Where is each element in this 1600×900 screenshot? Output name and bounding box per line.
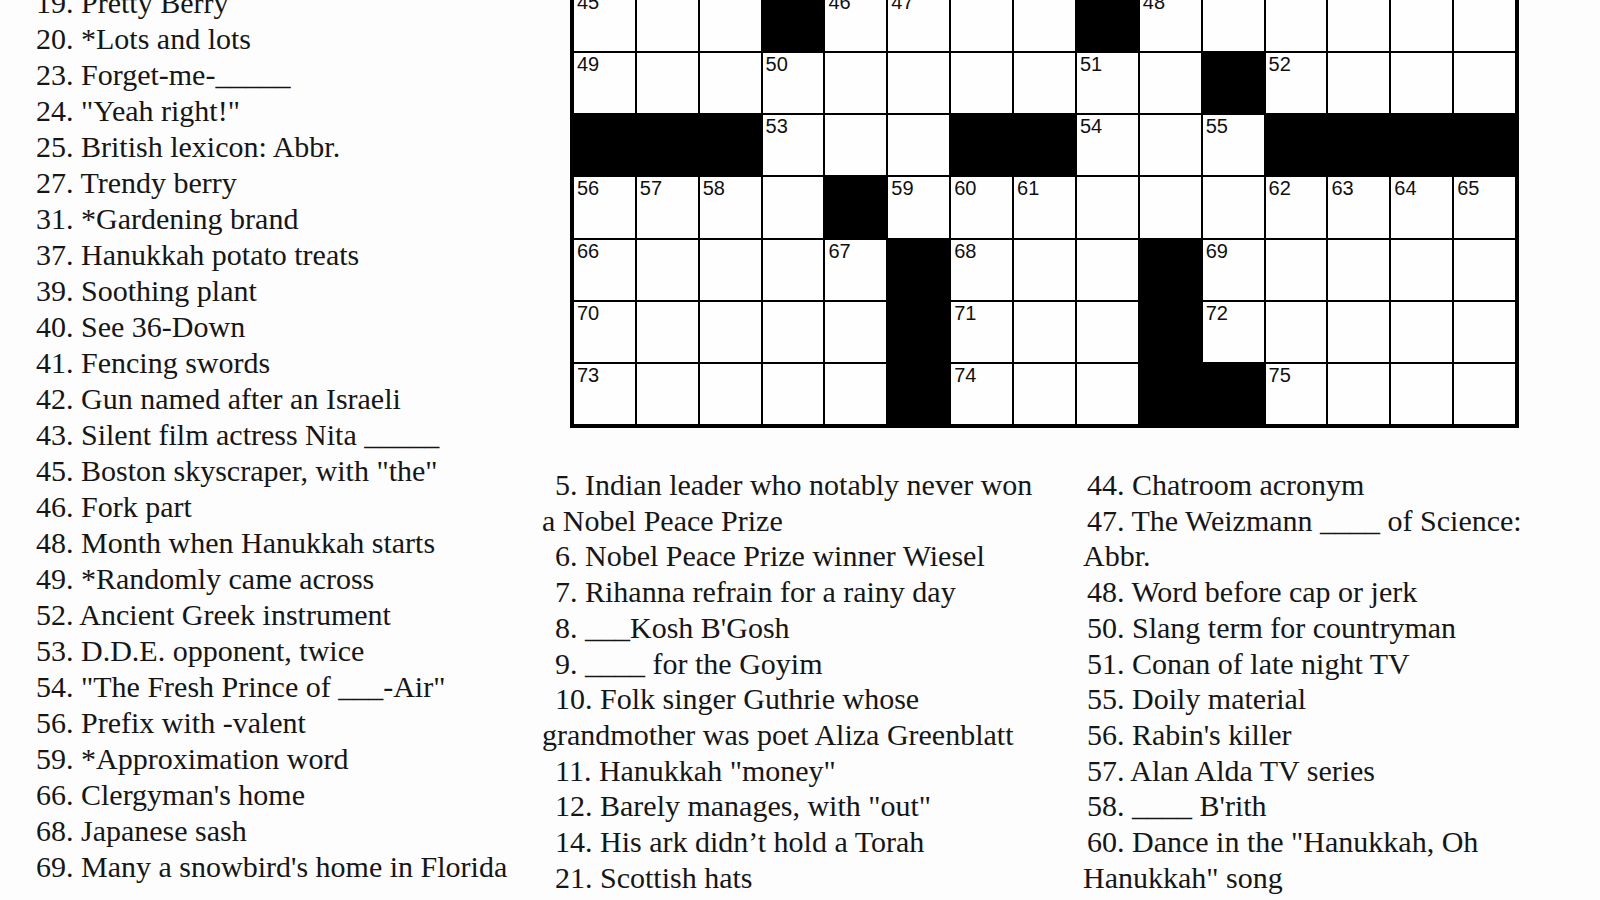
cell-number: 45 bbox=[577, 0, 599, 13]
grid-cell-black bbox=[1328, 115, 1389, 175]
grid-cell-white[interactable] bbox=[1391, 302, 1452, 362]
grid-cell-white[interactable]: 75 bbox=[1266, 364, 1327, 424]
cell-number: 54 bbox=[1080, 115, 1102, 137]
clue-line: 45. Boston skyscraper, with "the" bbox=[36, 453, 507, 489]
clue-line: Abbr. bbox=[1083, 538, 1522, 574]
grid-cell-white[interactable] bbox=[763, 302, 824, 362]
grid-cell-white[interactable] bbox=[1454, 302, 1515, 362]
grid-cell-white[interactable]: 58 bbox=[700, 177, 761, 237]
grid-cell-white[interactable] bbox=[1014, 364, 1075, 424]
cell-number: 64 bbox=[1394, 177, 1416, 199]
grid-cell-white[interactable] bbox=[1391, 0, 1452, 51]
cell-number: 49 bbox=[577, 53, 599, 75]
grid-cell-white[interactable] bbox=[1203, 0, 1264, 51]
clue-line: 43. Silent film actress Nita _____ bbox=[36, 417, 507, 453]
clue-line: 48. Month when Hanukkah starts bbox=[36, 525, 507, 561]
clue-line: 56. Prefix with -valent bbox=[36, 705, 507, 741]
grid-cell-black bbox=[1454, 115, 1515, 175]
grid-cell-white[interactable]: 62 bbox=[1266, 177, 1327, 237]
grid-cell-black bbox=[1077, 0, 1138, 51]
grid-cell-white[interactable] bbox=[1391, 53, 1452, 113]
across-clues-column: 19. Pretty Berry20. *Lots and lots23. Fo… bbox=[36, 0, 507, 885]
cell-number: 63 bbox=[1331, 177, 1353, 199]
clue-line: 7. Rihanna refrain for a rainy day bbox=[542, 574, 1032, 610]
grid-cell-white[interactable] bbox=[1454, 53, 1515, 113]
grid-cell-white[interactable] bbox=[951, 0, 1012, 51]
grid-cell-black bbox=[1203, 53, 1264, 113]
grid-cell-white[interactable] bbox=[763, 240, 824, 300]
grid-cell-white[interactable] bbox=[1391, 364, 1452, 424]
clue-line: 39. Soothing plant bbox=[36, 273, 507, 309]
grid-cell-white[interactable]: 46 bbox=[825, 0, 886, 51]
clue-line: 14. His ark didn’t hold a Torah bbox=[542, 824, 1032, 860]
grid-cell-white[interactable]: 67 bbox=[825, 240, 886, 300]
cell-number: 55 bbox=[1206, 115, 1228, 137]
grid-cell-white[interactable]: 66 bbox=[574, 240, 635, 300]
clue-line: 58. ____ B'rith bbox=[1083, 788, 1522, 824]
clue-line: 47. The Weizmann ____ of Science: bbox=[1083, 503, 1522, 539]
grid-cell-white[interactable]: 74 bbox=[951, 364, 1012, 424]
down-clues-column-right: 44. Chatroom acronym47. The Weizmann ___… bbox=[1083, 467, 1522, 895]
grid-cell-white[interactable]: 50 bbox=[763, 53, 824, 113]
grid-cell-black bbox=[951, 115, 1012, 175]
cell-number: 70 bbox=[577, 302, 599, 324]
grid-cell-white[interactable] bbox=[1077, 177, 1138, 237]
grid-cell-black bbox=[1014, 115, 1075, 175]
grid-cell-black bbox=[888, 240, 949, 300]
grid-cell-black bbox=[888, 364, 949, 424]
grid-cell-black bbox=[1140, 240, 1201, 300]
cell-number: 69 bbox=[1206, 240, 1228, 262]
grid-cell-white[interactable]: 52 bbox=[1266, 53, 1327, 113]
clue-line: 69. Many a snowbird's home in Florida bbox=[36, 849, 507, 885]
clue-line: 44. Chatroom acronym bbox=[1083, 467, 1522, 503]
clue-line: 19. Pretty Berry bbox=[36, 0, 507, 21]
grid-cell-black bbox=[574, 115, 635, 175]
cell-number: 66 bbox=[577, 240, 599, 262]
clue-line: 46. Fork part bbox=[36, 489, 507, 525]
grid-cell-white[interactable] bbox=[1328, 0, 1389, 51]
clue-line: a Nobel Peace Prize bbox=[542, 503, 1032, 539]
grid-cell-white[interactable] bbox=[1077, 302, 1138, 362]
grid-cell-white[interactable]: 47 bbox=[888, 0, 949, 51]
grid-cell-white[interactable] bbox=[637, 0, 698, 51]
clue-line: 23. Forget-me-_____ bbox=[36, 57, 507, 93]
grid-cell-white[interactable]: 49 bbox=[574, 53, 635, 113]
grid-cell-white[interactable] bbox=[1014, 53, 1075, 113]
grid-cell-white[interactable] bbox=[1328, 240, 1389, 300]
grid-cell-white[interactable] bbox=[1014, 0, 1075, 51]
grid-cell-white[interactable]: 56 bbox=[574, 177, 635, 237]
grid-cell-black bbox=[1203, 364, 1264, 424]
grid-cell-white[interactable]: 51 bbox=[1077, 53, 1138, 113]
clue-line: 9. ____ for the Goyim bbox=[542, 646, 1032, 682]
grid-cell-white[interactable] bbox=[700, 53, 761, 113]
clue-line: 48. Word before cap or jerk bbox=[1083, 574, 1522, 610]
grid-cell-white[interactable]: 55 bbox=[1203, 115, 1264, 175]
cell-number: 53 bbox=[766, 115, 788, 137]
grid-cell-white[interactable]: 63 bbox=[1328, 177, 1389, 237]
grid-cell-white[interactable] bbox=[825, 302, 886, 362]
grid-cell-black bbox=[1140, 302, 1201, 362]
grid-cell-white[interactable] bbox=[1203, 177, 1264, 237]
clue-line: 53. D.D.E. opponent, twice bbox=[36, 633, 507, 669]
clue-line: 49. *Randomly came across bbox=[36, 561, 507, 597]
grid-cell-white[interactable] bbox=[1077, 240, 1138, 300]
cell-number: 57 bbox=[640, 177, 662, 199]
grid-cell-white[interactable] bbox=[1014, 240, 1075, 300]
cell-number: 60 bbox=[954, 177, 976, 199]
clue-line: 11. Hanukkah "money" bbox=[542, 753, 1032, 789]
clue-line: 41. Fencing swords bbox=[36, 345, 507, 381]
clue-line: 20. *Lots and lots bbox=[36, 21, 507, 57]
clue-line: 59. *Approximation word bbox=[36, 741, 507, 777]
grid-cell-white[interactable] bbox=[1266, 240, 1327, 300]
cell-number: 74 bbox=[954, 364, 976, 386]
grid-cell-white[interactable]: 60 bbox=[951, 177, 1012, 237]
clue-line: 55. Doily material bbox=[1083, 681, 1522, 717]
grid-cell-white[interactable] bbox=[700, 364, 761, 424]
crossword-grid: 4546474849505152535455565758596061626364… bbox=[570, 0, 1519, 428]
grid-cell-black bbox=[1266, 115, 1327, 175]
clue-line: 66. Clergyman's home bbox=[36, 777, 507, 813]
grid-cell-white[interactable]: 48 bbox=[1140, 0, 1201, 51]
grid-cell-white[interactable]: 64 bbox=[1391, 177, 1452, 237]
grid-cell-white[interactable]: 72 bbox=[1203, 302, 1264, 362]
grid-cell-black bbox=[1391, 115, 1452, 175]
cell-number: 56 bbox=[577, 177, 599, 199]
clue-line: 56. Rabin's killer bbox=[1083, 717, 1522, 753]
grid-cell-white[interactable] bbox=[637, 364, 698, 424]
grid-cell-white[interactable] bbox=[1140, 115, 1201, 175]
grid-cell-white[interactable] bbox=[1328, 302, 1389, 362]
grid-cell-black bbox=[1140, 364, 1201, 424]
clue-line: 25. British lexicon: Abbr. bbox=[36, 129, 507, 165]
cell-number: 71 bbox=[954, 302, 976, 324]
grid-cell-white[interactable] bbox=[1454, 0, 1515, 51]
grid-cell-white[interactable]: 71 bbox=[951, 302, 1012, 362]
grid-cell-white[interactable] bbox=[825, 53, 886, 113]
grid-cell-white[interactable] bbox=[825, 115, 886, 175]
cell-number: 67 bbox=[828, 240, 850, 262]
grid-cell-white[interactable]: 73 bbox=[574, 364, 635, 424]
clue-line: 6. Nobel Peace Prize winner Wiesel bbox=[542, 538, 1032, 574]
cell-number: 73 bbox=[577, 364, 599, 386]
clue-line: 37. Hanukkah potato treats bbox=[36, 237, 507, 273]
cell-number: 75 bbox=[1269, 364, 1291, 386]
grid-cell-white[interactable] bbox=[637, 53, 698, 113]
clue-line: 21. Scottish hats bbox=[542, 860, 1032, 896]
grid-cell-white[interactable]: 69 bbox=[1203, 240, 1264, 300]
clue-line: Hanukkah" song bbox=[1083, 860, 1522, 896]
cell-number: 61 bbox=[1017, 177, 1039, 199]
grid-cell-white[interactable]: 53 bbox=[763, 115, 824, 175]
clue-line: 10. Folk singer Guthrie whose bbox=[542, 681, 1032, 717]
grid-cell-white[interactable] bbox=[1014, 302, 1075, 362]
clue-line: 40. See 36-Down bbox=[36, 309, 507, 345]
grid-cell-white[interactable] bbox=[1391, 240, 1452, 300]
grid-cell-white[interactable]: 57 bbox=[637, 177, 698, 237]
grid-cell-white[interactable] bbox=[637, 302, 698, 362]
grid-cell-white[interactable] bbox=[1140, 53, 1201, 113]
grid-cell-white[interactable] bbox=[1454, 364, 1515, 424]
cell-number: 48 bbox=[1143, 0, 1165, 13]
clue-line: 12. Barely manages, with "out" bbox=[542, 788, 1032, 824]
grid-cell-white[interactable] bbox=[700, 302, 761, 362]
cell-number: 51 bbox=[1080, 53, 1102, 75]
clue-line: 31. *Gardening brand bbox=[36, 201, 507, 237]
grid-cell-white[interactable]: 54 bbox=[1077, 115, 1138, 175]
grid-cell-white[interactable] bbox=[763, 364, 824, 424]
cell-number: 58 bbox=[703, 177, 725, 199]
cell-number: 50 bbox=[766, 53, 788, 75]
clue-line: 54. "The Fresh Prince of ___-Air" bbox=[36, 669, 507, 705]
grid-cell-white[interactable] bbox=[1266, 302, 1327, 362]
grid-cell-white[interactable]: 68 bbox=[951, 240, 1012, 300]
grid-cell-white[interactable] bbox=[637, 240, 698, 300]
grid-cell-black bbox=[825, 177, 886, 237]
grid-cell-white[interactable] bbox=[763, 177, 824, 237]
grid-cell-white[interactable]: 59 bbox=[888, 177, 949, 237]
cell-number: 72 bbox=[1206, 302, 1228, 324]
grid-cell-white[interactable] bbox=[700, 0, 761, 51]
clue-line: 68. Japanese sash bbox=[36, 813, 507, 849]
grid-cell-black bbox=[700, 115, 761, 175]
grid-cell-white[interactable] bbox=[1328, 364, 1389, 424]
clue-line: 24. "Yeah right!" bbox=[36, 93, 507, 129]
down-clues-column-middle: 5. Indian leader who notably never wona … bbox=[542, 467, 1032, 895]
cell-number: 59 bbox=[891, 177, 913, 199]
clue-line: 50. Slang term for countryman bbox=[1083, 610, 1522, 646]
grid-cell-white[interactable]: 45 bbox=[574, 0, 635, 51]
clue-line: 5. Indian leader who notably never won bbox=[542, 467, 1032, 503]
cell-number: 52 bbox=[1269, 53, 1291, 75]
grid-cell-white[interactable]: 70 bbox=[574, 302, 635, 362]
clue-line: 57. Alan Alda TV series bbox=[1083, 753, 1522, 789]
grid-cell-white[interactable] bbox=[1140, 177, 1201, 237]
grid-cell-black bbox=[637, 115, 698, 175]
clue-line: 51. Conan of late night TV bbox=[1083, 646, 1522, 682]
grid-cell-white[interactable] bbox=[700, 240, 761, 300]
grid-cell-white[interactable] bbox=[1077, 364, 1138, 424]
cell-number: 65 bbox=[1457, 177, 1479, 199]
grid-cell-white[interactable]: 65 bbox=[1454, 177, 1515, 237]
grid-cell-white[interactable]: 61 bbox=[1014, 177, 1075, 237]
grid-cell-white[interactable] bbox=[888, 53, 949, 113]
clue-line: grandmother was poet Aliza Greenblatt bbox=[542, 717, 1032, 753]
grid-cell-white[interactable] bbox=[1266, 0, 1327, 51]
clue-line: 8. ___Kosh B'Gosh bbox=[542, 610, 1032, 646]
cell-number: 62 bbox=[1269, 177, 1291, 199]
grid-cell-white[interactable] bbox=[1328, 53, 1389, 113]
grid-cell-white[interactable] bbox=[825, 364, 886, 424]
cell-number: 47 bbox=[891, 0, 913, 13]
clue-line: 42. Gun named after an Israeli bbox=[36, 381, 507, 417]
grid-cell-white[interactable] bbox=[951, 53, 1012, 113]
cell-number: 46 bbox=[828, 0, 850, 13]
clue-line: 27. Trendy berry bbox=[36, 165, 507, 201]
cell-number: 68 bbox=[954, 240, 976, 262]
grid-cell-black bbox=[888, 302, 949, 362]
clue-line: 52. Ancient Greek instrument bbox=[36, 597, 507, 633]
clue-line: 60. Dance in the "Hanukkah, Oh bbox=[1083, 824, 1522, 860]
grid-cell-black bbox=[763, 0, 824, 51]
grid-cell-white[interactable] bbox=[888, 115, 949, 175]
grid-cell-white[interactable] bbox=[1454, 240, 1515, 300]
